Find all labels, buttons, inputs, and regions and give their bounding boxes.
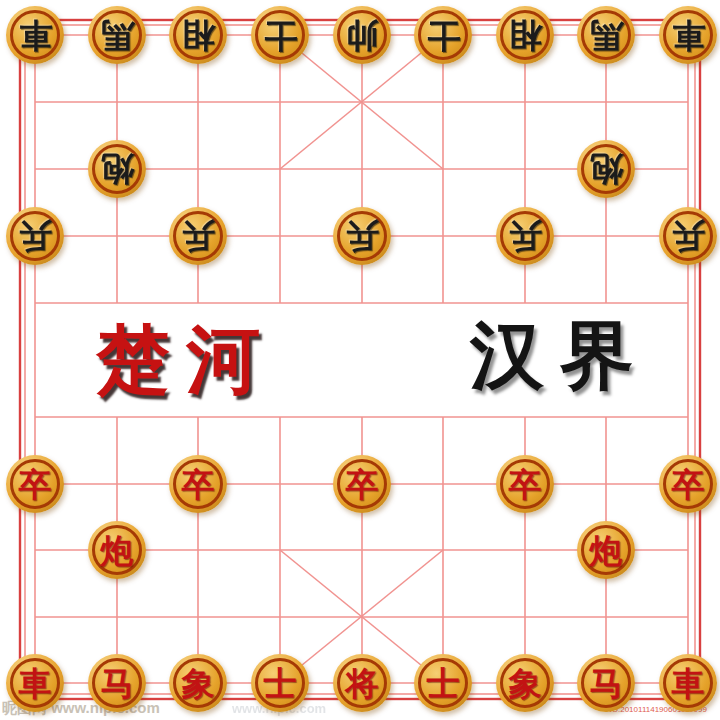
piece-glyph: 士 — [427, 19, 460, 52]
piece-glyph: 象 — [509, 667, 542, 700]
pieces-grid: 車馬相士帅士相馬車炮炮兵兵兵兵兵卒卒卒卒卒炮炮車马象士将士象马車 — [0, 0, 720, 720]
piece-glyph: 将 — [346, 667, 379, 700]
piece-glyph: 車 — [672, 19, 705, 52]
piece-glyph: 車 — [19, 19, 52, 52]
piece-glyph: 卒 — [182, 468, 215, 501]
piece-glyph: 兵 — [672, 220, 705, 253]
piece-glyph: 马 — [101, 667, 134, 700]
piece-glyph: 車 — [672, 667, 705, 700]
piece-glyph: 馬 — [590, 19, 623, 52]
piece-glyph: 兵 — [182, 220, 215, 253]
piece-glyph: 卒 — [672, 468, 705, 501]
piece-glyph: 相 — [509, 19, 542, 52]
piece-glyph: 炮 — [101, 534, 134, 567]
piece-glyph: 車 — [19, 667, 52, 700]
xiangqi-board: 楚河 汉界 昵图网 www.nipic.com www.nipic.com NO… — [0, 0, 720, 720]
piece-glyph: 炮 — [590, 153, 623, 186]
piece-glyph: 兵 — [19, 220, 52, 253]
piece-glyph: 馬 — [101, 19, 134, 52]
piece-glyph: 兵 — [509, 220, 542, 253]
piece-glyph: 象 — [182, 667, 215, 700]
piece-glyph: 炮 — [590, 534, 623, 567]
piece-glyph: 炮 — [101, 153, 134, 186]
piece-glyph: 士 — [427, 667, 460, 700]
piece-glyph: 士 — [264, 667, 297, 700]
piece-glyph: 马 — [590, 667, 623, 700]
piece-glyph: 卒 — [346, 468, 379, 501]
piece-glyph: 卒 — [19, 468, 52, 501]
piece-glyph: 相 — [182, 19, 215, 52]
piece-glyph: 卒 — [509, 468, 542, 501]
piece-glyph: 帅 — [346, 19, 379, 52]
piece-glyph: 兵 — [346, 220, 379, 253]
piece-glyph: 士 — [264, 19, 297, 52]
